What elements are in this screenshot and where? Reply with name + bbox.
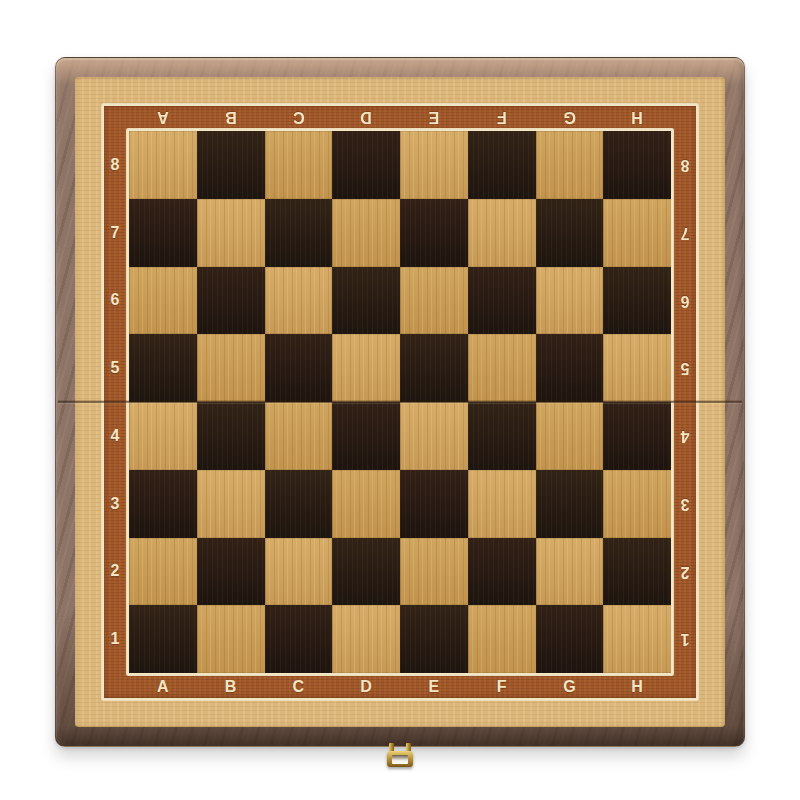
- square-b4[interactable]: [197, 402, 265, 470]
- square-a5[interactable]: [129, 334, 197, 402]
- square-g8[interactable]: [536, 131, 604, 199]
- rank-label-7-left: 7: [104, 199, 126, 267]
- square-e6[interactable]: [400, 267, 468, 335]
- rank-labels-left: 87654321: [104, 131, 126, 673]
- square-c5[interactable]: [265, 334, 333, 402]
- square-h6[interactable]: [603, 267, 671, 335]
- square-d2[interactable]: [332, 538, 400, 606]
- square-h5[interactable]: [603, 334, 671, 402]
- square-d5[interactable]: [332, 334, 400, 402]
- square-c4[interactable]: [265, 402, 333, 470]
- square-h2[interactable]: [603, 538, 671, 606]
- rank-label-5-right: 5: [674, 334, 696, 402]
- file-label-d-bottom: D: [332, 676, 400, 698]
- square-h8[interactable]: [603, 131, 671, 199]
- square-f8[interactable]: [468, 131, 536, 199]
- oak-border-band: ABCDEFGH ABCDEFGH 87654321 87654321: [75, 77, 725, 727]
- file-label-f-top: F: [468, 106, 536, 128]
- square-e7[interactable]: [400, 199, 468, 267]
- file-labels-bottom: ABCDEFGH: [129, 676, 671, 698]
- rank-labels-right: 87654321: [674, 131, 696, 673]
- file-label-a-bottom: A: [129, 676, 197, 698]
- square-f4[interactable]: [468, 402, 536, 470]
- square-c2[interactable]: [265, 538, 333, 606]
- rank-label-2-right: 2: [674, 538, 696, 606]
- square-b2[interactable]: [197, 538, 265, 606]
- square-e5[interactable]: [400, 334, 468, 402]
- cream-inlay-outer: ABCDEFGH ABCDEFGH 87654321 87654321: [101, 103, 699, 701]
- file-labels-top: ABCDEFGH: [129, 106, 671, 128]
- rank-label-2-left: 2: [104, 538, 126, 606]
- square-b7[interactable]: [197, 199, 265, 267]
- photo-background: { "game": "chess", "position": "8/8/8/8/…: [0, 0, 800, 800]
- file-label-g-top: G: [536, 106, 604, 128]
- square-c1[interactable]: [265, 605, 333, 673]
- square-c3[interactable]: [265, 470, 333, 538]
- square-h1[interactable]: [603, 605, 671, 673]
- square-f6[interactable]: [468, 267, 536, 335]
- square-h7[interactable]: [603, 199, 671, 267]
- square-b1[interactable]: [197, 605, 265, 673]
- square-a2[interactable]: [129, 538, 197, 606]
- square-g1[interactable]: [536, 605, 604, 673]
- square-c7[interactable]: [265, 199, 333, 267]
- rank-label-7-right: 7: [674, 199, 696, 267]
- square-a7[interactable]: [129, 199, 197, 267]
- square-f5[interactable]: [468, 334, 536, 402]
- square-b3[interactable]: [197, 470, 265, 538]
- file-label-h-bottom: H: [603, 676, 671, 698]
- square-c6[interactable]: [265, 267, 333, 335]
- square-f2[interactable]: [468, 538, 536, 606]
- square-h3[interactable]: [603, 470, 671, 538]
- file-label-h-top: H: [603, 106, 671, 128]
- square-b6[interactable]: [197, 267, 265, 335]
- file-label-c-top: C: [265, 106, 333, 128]
- rank-label-1-left: 1: [104, 605, 126, 673]
- square-f1[interactable]: [468, 605, 536, 673]
- square-f3[interactable]: [468, 470, 536, 538]
- file-label-e-top: E: [400, 106, 468, 128]
- walnut-frame: ABCDEFGH ABCDEFGH 87654321 87654321: [55, 57, 745, 747]
- board-grid: [129, 131, 671, 673]
- rank-label-8-right: 8: [674, 131, 696, 199]
- file-label-f-bottom: F: [468, 676, 536, 698]
- square-d6[interactable]: [332, 267, 400, 335]
- folding-chessboard: ABCDEFGH ABCDEFGH 87654321 87654321: [55, 57, 745, 747]
- square-g2[interactable]: [536, 538, 604, 606]
- square-g5[interactable]: [536, 334, 604, 402]
- rank-label-1-right: 1: [674, 605, 696, 673]
- rank-label-8-left: 8: [104, 131, 126, 199]
- cream-inlay-inner: [126, 128, 674, 676]
- file-label-b-bottom: B: [197, 676, 265, 698]
- square-d4[interactable]: [332, 402, 400, 470]
- square-c8[interactable]: [265, 131, 333, 199]
- square-a1[interactable]: [129, 605, 197, 673]
- rank-label-6-right: 6: [674, 267, 696, 335]
- square-g4[interactable]: [536, 402, 604, 470]
- rank-label-4-left: 4: [104, 402, 126, 470]
- square-a6[interactable]: [129, 267, 197, 335]
- square-a8[interactable]: [129, 131, 197, 199]
- file-label-e-bottom: E: [400, 676, 468, 698]
- square-e3[interactable]: [400, 470, 468, 538]
- square-h4[interactable]: [603, 402, 671, 470]
- square-f7[interactable]: [468, 199, 536, 267]
- rank-label-3-left: 3: [104, 470, 126, 538]
- file-label-d-top: D: [332, 106, 400, 128]
- square-a4[interactable]: [129, 402, 197, 470]
- square-b5[interactable]: [197, 334, 265, 402]
- square-a3[interactable]: [129, 470, 197, 538]
- square-g6[interactable]: [536, 267, 604, 335]
- square-b8[interactable]: [197, 131, 265, 199]
- square-e1[interactable]: [400, 605, 468, 673]
- square-e2[interactable]: [400, 538, 468, 606]
- square-e4[interactable]: [400, 402, 468, 470]
- file-label-b-top: B: [197, 106, 265, 128]
- file-label-g-bottom: G: [536, 676, 604, 698]
- rank-label-3-right: 3: [674, 470, 696, 538]
- file-label-a-top: A: [129, 106, 197, 128]
- rank-label-5-left: 5: [104, 334, 126, 402]
- square-e8[interactable]: [400, 131, 468, 199]
- square-d8[interactable]: [332, 131, 400, 199]
- square-g7[interactable]: [536, 199, 604, 267]
- rank-label-4-right: 4: [674, 402, 696, 470]
- square-d7[interactable]: [332, 199, 400, 267]
- brass-latch: [385, 743, 415, 767]
- latch-loop: [387, 751, 413, 767]
- square-d3[interactable]: [332, 470, 400, 538]
- coordinate-border-band: ABCDEFGH ABCDEFGH 87654321 87654321: [104, 106, 696, 698]
- square-g3[interactable]: [536, 470, 604, 538]
- rank-label-6-left: 6: [104, 267, 126, 335]
- file-label-c-bottom: C: [265, 676, 333, 698]
- square-d1[interactable]: [332, 605, 400, 673]
